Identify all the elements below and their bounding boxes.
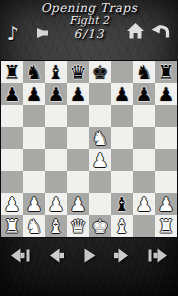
step-back-button[interactable] (48, 247, 66, 263)
play-button[interactable] (82, 247, 97, 263)
square-a2[interactable]: ♟ (1, 193, 23, 215)
piece-white-pawn: ♟ (47, 193, 64, 215)
square-h7[interactable]: ♟ (155, 83, 177, 105)
square-f8[interactable] (111, 61, 133, 83)
square-a4[interactable] (1, 149, 23, 171)
undo-icon[interactable] (150, 23, 171, 40)
square-d6[interactable] (67, 105, 89, 127)
square-c7[interactable]: ♟ (45, 83, 67, 105)
square-d8[interactable]: ♛ (67, 61, 89, 83)
square-d1[interactable]: ♛ (67, 215, 89, 237)
square-e1[interactable]: ♚ (89, 215, 111, 237)
square-c2[interactable]: ♟ (45, 193, 67, 215)
square-g2[interactable]: ♟ (133, 193, 155, 215)
jump-to-end-icon (146, 248, 168, 263)
piece-black-rook: ♜ (3, 61, 20, 83)
square-d3[interactable] (67, 171, 89, 193)
piece-black-queen: ♛ (69, 61, 86, 83)
square-g6[interactable] (133, 105, 155, 127)
square-b1[interactable]: ♞ (23, 215, 45, 237)
square-c4[interactable] (45, 149, 67, 171)
square-g7[interactable]: ♟ (133, 83, 155, 105)
square-c1[interactable]: ♝ (45, 215, 67, 237)
square-f1[interactable]: ♝ (111, 215, 133, 237)
square-f3[interactable] (111, 171, 133, 193)
piece-black-king: ♚ (91, 61, 108, 83)
piece-black-pawn: ♟ (25, 83, 42, 105)
square-h2[interactable]: ♟ (155, 193, 177, 215)
square-e5[interactable]: ♞ (89, 127, 111, 149)
square-f5[interactable] (111, 127, 133, 149)
jump-to-start-icon (10, 248, 32, 263)
piece-white-rook: ♜ (3, 215, 20, 237)
square-e7[interactable] (89, 83, 111, 105)
square-c3[interactable] (45, 171, 67, 193)
square-f2[interactable]: ♝ (111, 193, 133, 215)
piece-white-pawn: ♟ (135, 193, 152, 215)
step-back-icon (48, 248, 66, 263)
square-b7[interactable]: ♟ (23, 83, 45, 105)
jump-to-start-button[interactable] (10, 247, 32, 263)
square-a7[interactable]: ♟ (1, 83, 23, 105)
piece-black-bishop: ♝ (47, 61, 64, 83)
square-g8[interactable]: ♞ (133, 61, 155, 83)
square-e3[interactable] (89, 171, 111, 193)
piece-black-knight: ♞ (25, 61, 42, 83)
square-d7[interactable]: ♟ (67, 83, 89, 105)
piece-white-knight: ♞ (91, 127, 108, 149)
square-e2[interactable] (89, 193, 111, 215)
piece-white-pawn: ♟ (157, 193, 174, 215)
piece-white-rook: ♜ (157, 215, 174, 237)
square-b5[interactable] (23, 127, 45, 149)
piece-black-pawn: ♟ (47, 83, 64, 105)
square-e4[interactable]: ♟ (89, 149, 111, 171)
square-g5[interactable] (133, 127, 155, 149)
square-a8[interactable]: ♜ (1, 61, 23, 83)
piece-black-bishop: ♝ (113, 193, 130, 215)
piece-white-bishop: ♝ (47, 215, 64, 237)
square-c6[interactable] (45, 105, 67, 127)
square-d4[interactable] (67, 149, 89, 171)
music-note-icon[interactable]: ♪ (7, 22, 19, 44)
square-a1[interactable]: ♜ (1, 215, 23, 237)
square-b3[interactable] (23, 171, 45, 193)
square-f4[interactable] (111, 149, 133, 171)
piece-white-pawn: ♟ (3, 193, 20, 215)
square-c8[interactable]: ♝ (45, 61, 67, 83)
piece-white-king: ♚ (91, 215, 108, 237)
square-h8[interactable]: ♜ (155, 61, 177, 83)
piece-black-pawn: ♟ (135, 83, 152, 105)
piece-white-queen: ♛ (69, 215, 86, 237)
square-e8[interactable]: ♚ (89, 61, 111, 83)
square-b8[interactable]: ♞ (23, 61, 45, 83)
piece-black-rook: ♜ (157, 61, 174, 83)
square-b4[interactable] (23, 149, 45, 171)
piece-white-bishop: ♝ (113, 215, 130, 237)
piece-black-pawn: ♟ (157, 83, 174, 105)
step-forward-icon (112, 248, 130, 263)
piece-black-knight: ♞ (135, 61, 152, 83)
piece-white-knight: ♞ (25, 215, 42, 237)
piece-black-pawn: ♟ (69, 83, 86, 105)
square-a3[interactable] (1, 171, 23, 193)
square-a5[interactable] (1, 127, 23, 149)
move-controls (0, 244, 178, 266)
square-e6[interactable] (89, 105, 111, 127)
square-h5[interactable] (155, 127, 177, 149)
square-h4[interactable] (155, 149, 177, 171)
square-h3[interactable] (155, 171, 177, 193)
square-g3[interactable] (133, 171, 155, 193)
square-g1[interactable] (133, 215, 155, 237)
jump-to-end-button[interactable] (146, 247, 168, 263)
step-forward-button[interactable] (112, 247, 130, 263)
piece-black-pawn: ♟ (113, 83, 130, 105)
page-title: Opening Traps (0, 2, 178, 15)
square-h6[interactable] (155, 105, 177, 127)
square-f7[interactable]: ♟ (111, 83, 133, 105)
square-h1[interactable]: ♜ (155, 215, 177, 237)
piece-white-pawn: ♟ (69, 193, 86, 215)
square-d2[interactable]: ♟ (67, 193, 89, 215)
square-b2[interactable]: ♟ (23, 193, 45, 215)
square-c5[interactable] (45, 127, 67, 149)
piece-black-pawn: ♟ (3, 83, 20, 105)
square-d5[interactable] (67, 127, 89, 149)
speaker-icon[interactable] (35, 25, 50, 41)
chess-app-window: Opening Traps Fight 2 6/13 ♪ ♜♞♝♛♚♞♜♟♟♟♟… (0, 0, 178, 296)
piece-white-pawn: ♟ (91, 149, 108, 171)
home-icon[interactable] (126, 22, 145, 40)
play-icon (82, 248, 97, 263)
square-g4[interactable] (133, 149, 155, 171)
chess-board: ♜♞♝♛♚♞♜♟♟♟♟♟♟♟♞♟♟♟♟♟♝♟♟♜♞♝♛♚♝♜ (1, 61, 177, 237)
header: Opening Traps Fight 2 6/13 ♪ (0, 0, 178, 61)
square-b6[interactable] (23, 105, 45, 127)
piece-white-pawn: ♟ (25, 193, 42, 215)
square-a6[interactable] (1, 105, 23, 127)
square-f6[interactable] (111, 105, 133, 127)
